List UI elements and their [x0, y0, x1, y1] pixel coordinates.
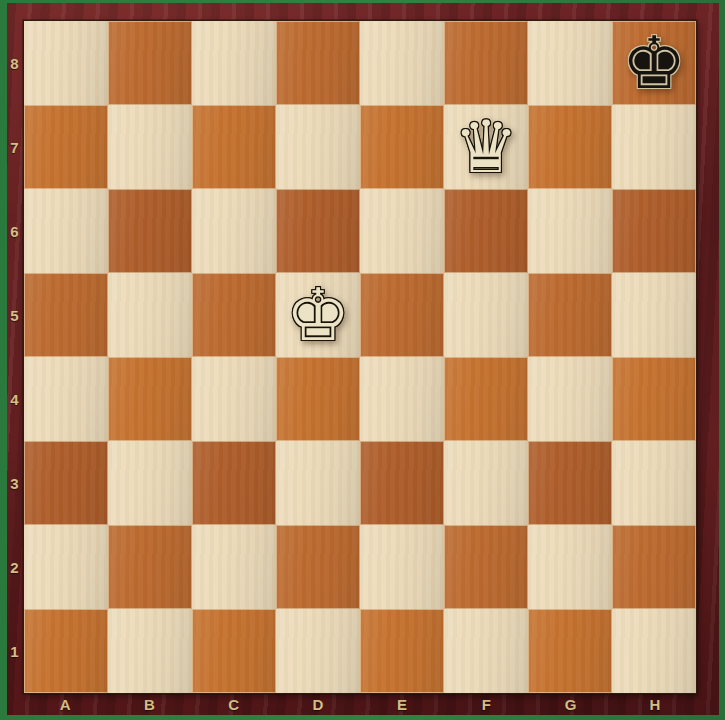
square-f2[interactable]: [444, 525, 528, 609]
square-a8[interactable]: [24, 21, 108, 105]
square-e2[interactable]: [360, 525, 444, 609]
square-d6[interactable]: [276, 189, 360, 273]
rank-label-1: 1: [6, 609, 23, 693]
square-d4[interactable]: [276, 357, 360, 441]
rank-label-2: 2: [6, 525, 23, 609]
square-e5[interactable]: [360, 273, 444, 357]
rank-label-5: 5: [6, 273, 23, 357]
square-f4[interactable]: [444, 357, 528, 441]
square-d5[interactable]: ♚: [276, 273, 360, 357]
file-label-h: H: [613, 694, 697, 715]
square-c5[interactable]: [192, 273, 276, 357]
square-b3[interactable]: [108, 441, 192, 525]
square-g8[interactable]: [528, 21, 612, 105]
file-label-f: F: [444, 694, 528, 715]
square-f5[interactable]: [444, 273, 528, 357]
file-label-b: B: [107, 694, 191, 715]
square-c1[interactable]: [192, 609, 276, 693]
square-a5[interactable]: [24, 273, 108, 357]
square-d1[interactable]: [276, 609, 360, 693]
square-g1[interactable]: [528, 609, 612, 693]
square-a3[interactable]: [24, 441, 108, 525]
file-labels: ABCDEFGH: [23, 694, 697, 715]
square-d7[interactable]: [276, 105, 360, 189]
square-b4[interactable]: [108, 357, 192, 441]
square-e8[interactable]: [360, 21, 444, 105]
square-c2[interactable]: [192, 525, 276, 609]
square-h2[interactable]: [612, 525, 696, 609]
square-e4[interactable]: [360, 357, 444, 441]
square-e3[interactable]: [360, 441, 444, 525]
square-a1[interactable]: [24, 609, 108, 693]
black-king[interactable]: ♚: [622, 27, 687, 99]
square-d8[interactable]: [276, 21, 360, 105]
square-h7[interactable]: [612, 105, 696, 189]
rank-label-8: 8: [6, 21, 23, 105]
square-h1[interactable]: [612, 609, 696, 693]
chessboard: ♚♛♚: [23, 20, 697, 694]
square-b8[interactable]: [108, 21, 192, 105]
square-a6[interactable]: [24, 189, 108, 273]
square-a7[interactable]: [24, 105, 108, 189]
file-label-c: C: [192, 694, 276, 715]
square-g3[interactable]: [528, 441, 612, 525]
file-label-a: A: [23, 694, 107, 715]
square-h6[interactable]: [612, 189, 696, 273]
square-b5[interactable]: [108, 273, 192, 357]
square-c4[interactable]: [192, 357, 276, 441]
square-d2[interactable]: [276, 525, 360, 609]
square-h4[interactable]: [612, 357, 696, 441]
square-h5[interactable]: [612, 273, 696, 357]
square-g2[interactable]: [528, 525, 612, 609]
square-a2[interactable]: [24, 525, 108, 609]
square-b2[interactable]: [108, 525, 192, 609]
square-h3[interactable]: [612, 441, 696, 525]
square-d3[interactable]: [276, 441, 360, 525]
square-g4[interactable]: [528, 357, 612, 441]
square-f1[interactable]: [444, 609, 528, 693]
square-b6[interactable]: [108, 189, 192, 273]
square-b1[interactable]: [108, 609, 192, 693]
white-king[interactable]: ♚: [286, 279, 351, 351]
file-label-d: D: [276, 694, 360, 715]
square-c8[interactable]: [192, 21, 276, 105]
rank-label-4: 4: [6, 357, 23, 441]
square-g6[interactable]: [528, 189, 612, 273]
square-e6[interactable]: [360, 189, 444, 273]
file-label-e: E: [360, 694, 444, 715]
rank-labels: 87654321: [6, 21, 23, 693]
square-c3[interactable]: [192, 441, 276, 525]
square-f8[interactable]: [444, 21, 528, 105]
square-c6[interactable]: [192, 189, 276, 273]
square-h8[interactable]: ♚: [612, 21, 696, 105]
square-b7[interactable]: [108, 105, 192, 189]
square-f6[interactable]: [444, 189, 528, 273]
white-queen[interactable]: ♛: [454, 111, 519, 183]
square-f3[interactable]: [444, 441, 528, 525]
rank-label-7: 7: [6, 105, 23, 189]
rank-label-3: 3: [6, 441, 23, 525]
chessboard-frame: 87654321 ABCDEFGH ♚♛♚: [0, 0, 725, 720]
rank-label-6: 6: [6, 189, 23, 273]
square-f7[interactable]: ♛: [444, 105, 528, 189]
square-e1[interactable]: [360, 609, 444, 693]
square-a4[interactable]: [24, 357, 108, 441]
square-g5[interactable]: [528, 273, 612, 357]
square-c7[interactable]: [192, 105, 276, 189]
square-g7[interactable]: [528, 105, 612, 189]
file-label-g: G: [529, 694, 613, 715]
square-e7[interactable]: [360, 105, 444, 189]
